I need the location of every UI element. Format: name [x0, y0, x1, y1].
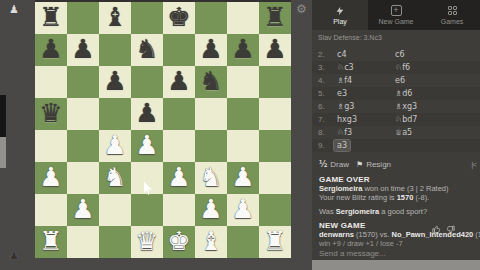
square-d4[interactable]: ♟: [131, 130, 163, 162]
white-pawn[interactable]: ♟: [35, 162, 67, 194]
square-g6[interactable]: [227, 66, 259, 98]
matchup-line: denwarns (1570) vs. No_Pawn_Intended420 …: [319, 230, 477, 239]
new-game-title: NEW GAME: [319, 221, 477, 230]
side-panel: Play + New Game Games Slav Defense: 3.Nc…: [312, 0, 480, 270]
black-pawn[interactable]: ♟: [99, 66, 131, 98]
square-g8[interactable]: [227, 2, 259, 34]
square-a6[interactable]: [35, 66, 67, 98]
square-h8[interactable]: ♜: [259, 2, 291, 34]
draw-button[interactable]: ½ Draw: [319, 160, 349, 169]
black-pawn[interactable]: ♟: [163, 66, 195, 98]
move-row: 8.♘f3♕a5: [312, 126, 480, 139]
square-a7[interactable]: ♟: [35, 34, 67, 66]
chess-board[interactable]: ♜♝♚♜♟♟♞♟♟♟♟♟♞♛♟♟♟♟♞♟♞♟♟♟♟♜♛♚♝♜: [35, 2, 291, 258]
scrollbar-thumb[interactable]: [0, 137, 6, 168]
square-h3[interactable]: [259, 162, 291, 194]
scrollbar-track[interactable]: [0, 95, 6, 137]
thumbs-up-icon[interactable]: [432, 207, 441, 216]
move-black[interactable]: ♕a5: [392, 128, 450, 137]
square-e7[interactable]: [163, 34, 195, 66]
square-b2[interactable]: ♟: [67, 194, 99, 226]
white-pawn[interactable]: ♟: [131, 130, 163, 162]
white-rook[interactable]: ♜: [35, 226, 67, 258]
black-pawn[interactable]: ♟: [35, 34, 67, 66]
square-d2[interactable]: [131, 194, 163, 226]
square-e3[interactable]: ♟: [163, 162, 195, 194]
thumbs-down-icon[interactable]: [446, 207, 455, 216]
move-row: 5.e3♗d6: [312, 87, 480, 100]
move-white[interactable]: ♘c3: [334, 63, 392, 72]
square-f2[interactable]: ♟: [195, 194, 227, 226]
move-row: 9.a3: [312, 139, 480, 152]
tab-new-game-label: New Game: [378, 18, 413, 25]
result-line: Sergiomeira won on time (3 | 2 Rated): [319, 184, 477, 193]
square-c4[interactable]: ♟: [99, 130, 131, 162]
move-black[interactable]: ♘bd7: [392, 115, 450, 124]
square-e2[interactable]: [163, 194, 195, 226]
white-pawn[interactable]: ♟: [227, 194, 259, 226]
white-bishop[interactable]: ♝: [195, 226, 227, 258]
square-c3[interactable]: ♞: [99, 162, 131, 194]
square-f3[interactable]: ♞: [195, 162, 227, 194]
square-g3[interactable]: ♟: [227, 162, 259, 194]
move-black[interactable]: ♗d6: [392, 89, 450, 98]
move-white[interactable]: ♘f3: [334, 128, 392, 137]
white-knight[interactable]: ♞: [195, 162, 227, 194]
move-black[interactable]: e6: [392, 76, 450, 85]
black-bishop[interactable]: ♝: [99, 2, 131, 34]
flag-icon: ⚑: [356, 160, 363, 169]
black-knight[interactable]: ♞: [131, 34, 163, 66]
chat-message-input[interactable]: Send a message...: [319, 249, 477, 258]
plus-square-icon: +: [391, 5, 402, 16]
tab-new-game[interactable]: + New Game: [368, 0, 424, 30]
square-e4[interactable]: [163, 130, 195, 162]
square-h5[interactable]: [259, 98, 291, 130]
white-queen[interactable]: ♛: [131, 226, 163, 258]
black-rook[interactable]: ♜: [259, 2, 291, 34]
black-pawn[interactable]: ♟: [67, 34, 99, 66]
square-h6[interactable]: [259, 66, 291, 98]
square-e1[interactable]: ♚: [163, 226, 195, 258]
square-d5[interactable]: ♟: [131, 98, 163, 130]
tab-bar: Play + New Game Games: [312, 0, 480, 30]
square-g5[interactable]: [227, 98, 259, 130]
move-number: 7.: [312, 115, 334, 124]
move-row: 4.♗f4e6: [312, 74, 480, 87]
square-f6[interactable]: ♞: [195, 66, 227, 98]
white-king[interactable]: ♚: [163, 226, 195, 258]
square-h2[interactable]: [259, 194, 291, 226]
tab-play-label: Play: [333, 18, 347, 25]
white-pawn[interactable]: ♟: [227, 162, 259, 194]
square-g4[interactable]: [227, 130, 259, 162]
square-b6[interactable]: [67, 66, 99, 98]
dark-pawn-icon: ♟: [9, 250, 19, 261]
square-c1[interactable]: [99, 226, 131, 258]
move-white[interactable]: a3: [334, 141, 392, 150]
square-e8[interactable]: ♚: [163, 2, 195, 34]
square-b7[interactable]: ♟: [67, 34, 99, 66]
move-number: 8.: [312, 128, 334, 137]
odds-line: win +9 / draw +1 / lose -7: [319, 239, 477, 248]
square-b3[interactable]: [67, 162, 99, 194]
square-f1[interactable]: ♝: [195, 226, 227, 258]
square-c5[interactable]: [99, 98, 131, 130]
new-game-section: NEW GAME denwarns (1570) vs. No_Pawn_Int…: [319, 221, 477, 248]
resign-button[interactable]: ⚑ Resign: [356, 160, 391, 169]
move-number: 4.: [312, 76, 334, 85]
square-e6[interactable]: ♟: [163, 66, 195, 98]
move-white[interactable]: ♗g3: [334, 102, 392, 111]
gear-icon[interactable]: ⚙: [296, 3, 307, 15]
square-c2[interactable]: [99, 194, 131, 226]
move-black[interactable]: ♘f6: [392, 63, 450, 72]
game-controls: ½ Draw ⚑ Resign |<: [312, 155, 480, 173]
black-pawn[interactable]: ♟: [227, 34, 259, 66]
move-white[interactable]: hxg3: [334, 115, 392, 124]
black-rook[interactable]: ♜: [35, 2, 67, 34]
tab-games[interactable]: Games: [424, 0, 480, 30]
white-pawn-icon: ♟: [9, 4, 19, 15]
square-h4[interactable]: [259, 130, 291, 162]
app-window: ♟ ♟ ♜♝♚♜♟♟♞♟♟♟♟♟♞♛♟♟♟♟♞♟♞♟♟♟♟♜♛♚♝♜ ⚙ Pla…: [0, 0, 480, 270]
left-rail: ♟ ♟: [0, 0, 35, 270]
white-pawn[interactable]: ♟: [195, 194, 227, 226]
black-pawn[interactable]: ♟: [259, 34, 291, 66]
square-b5[interactable]: [67, 98, 99, 130]
grid-icon: [447, 5, 458, 16]
move-number: 2.: [312, 50, 334, 59]
move-row: 3.♘c3♘f6: [312, 61, 480, 74]
square-d7[interactable]: ♞: [131, 34, 163, 66]
square-f5[interactable]: [195, 98, 227, 130]
square-b4[interactable]: [67, 130, 99, 162]
move-list: 2.c4c63.♘c3♘f64.♗f4e65.e3♗d66.♗g3♗xg37.h…: [312, 48, 480, 152]
move-white[interactable]: ♗f4: [334, 76, 392, 85]
square-f7[interactable]: ♟: [195, 34, 227, 66]
move-black[interactable]: ♗xg3: [392, 102, 450, 111]
square-a8[interactable]: ♜: [35, 2, 67, 34]
tab-play[interactable]: Play: [312, 0, 368, 30]
opening-name: Slav Defense: 3.Nc3: [318, 34, 474, 41]
black-pawn[interactable]: ♟: [195, 34, 227, 66]
square-g1[interactable]: [227, 226, 259, 258]
move-number: 5.: [312, 89, 334, 98]
move-row: 7.hxg3♘bd7: [312, 113, 480, 126]
skip-to-start-button[interactable]: |<: [471, 160, 476, 169]
sport-question: Was Sergiomeira a good sport?: [319, 207, 477, 216]
square-e5[interactable]: [163, 98, 195, 130]
square-d1[interactable]: ♛: [131, 226, 163, 258]
game-over-title: GAME OVER: [319, 175, 477, 184]
game-over-section: GAME OVER Sergiomeira won on time (3 | 2…: [319, 175, 477, 216]
move-black[interactable]: c6: [392, 50, 450, 59]
white-rook[interactable]: ♜: [259, 226, 291, 258]
square-d8[interactable]: [131, 2, 163, 34]
lightning-bolt-icon: [335, 5, 346, 16]
move-white[interactable]: c4: [334, 50, 392, 59]
black-queen[interactable]: ♛: [35, 98, 67, 130]
horizontal-scrollbar[interactable]: [312, 260, 480, 270]
black-knight[interactable]: ♞: [195, 66, 227, 98]
black-king[interactable]: ♚: [163, 2, 195, 34]
square-a1[interactable]: ♜: [35, 226, 67, 258]
square-h7[interactable]: ♟: [259, 34, 291, 66]
square-b1[interactable]: [67, 226, 99, 258]
square-c6[interactable]: ♟: [99, 66, 131, 98]
square-a4[interactable]: [35, 130, 67, 162]
square-b8[interactable]: [67, 2, 99, 34]
black-pawn[interactable]: ♟: [131, 98, 163, 130]
half-point-icon: ½: [319, 160, 327, 169]
rating-line: Your new Blitz rating is 1570 (-8).: [319, 193, 477, 202]
white-pawn[interactable]: ♟: [163, 162, 195, 194]
white-pawn[interactable]: ♟: [67, 194, 99, 226]
tab-games-label: Games: [441, 18, 464, 25]
square-f4[interactable]: [195, 130, 227, 162]
move-row: 6.♗g3♗xg3: [312, 100, 480, 113]
square-a5[interactable]: ♛: [35, 98, 67, 130]
move-number: 9.: [312, 141, 334, 150]
square-d6[interactable]: [131, 66, 163, 98]
move-row: 2.c4c6: [312, 48, 480, 61]
square-c8[interactable]: ♝: [99, 2, 131, 34]
move-number: 6.: [312, 102, 334, 111]
move-number: 3.: [312, 63, 334, 72]
white-knight[interactable]: ♞: [99, 162, 131, 194]
square-g2[interactable]: ♟: [227, 194, 259, 226]
square-c7[interactable]: [99, 34, 131, 66]
square-g7[interactable]: ♟: [227, 34, 259, 66]
square-a2[interactable]: [35, 194, 67, 226]
square-h1[interactable]: ♜: [259, 226, 291, 258]
square-f8[interactable]: [195, 2, 227, 34]
white-pawn[interactable]: ♟: [99, 130, 131, 162]
move-white[interactable]: e3: [334, 89, 392, 98]
square-a3[interactable]: ♟: [35, 162, 67, 194]
